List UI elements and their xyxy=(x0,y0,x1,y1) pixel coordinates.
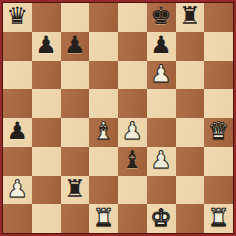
black-pawn: ♟ xyxy=(150,33,172,57)
square-b6[interactable] xyxy=(32,61,61,90)
square-f6[interactable]: ♟ xyxy=(147,61,176,90)
square-c2[interactable]: ♜ xyxy=(61,176,90,205)
square-a6[interactable] xyxy=(3,61,32,90)
square-c6[interactable] xyxy=(61,61,90,90)
square-e4[interactable]: ♟ xyxy=(118,118,147,147)
white-pawn: ♟ xyxy=(122,119,144,143)
square-b5[interactable] xyxy=(32,89,61,118)
square-h1[interactable]: ♜ xyxy=(204,204,233,233)
square-e5[interactable] xyxy=(118,89,147,118)
square-a7[interactable] xyxy=(3,32,32,61)
square-b8[interactable] xyxy=(32,3,61,32)
black-rook: ♜ xyxy=(64,177,86,201)
square-f4[interactable] xyxy=(147,118,176,147)
square-f3[interactable]: ♟ xyxy=(147,147,176,176)
square-g8[interactable]: ♜ xyxy=(176,3,205,32)
square-c7[interactable]: ♟ xyxy=(61,32,90,61)
square-g3[interactable] xyxy=(176,147,205,176)
square-h5[interactable] xyxy=(204,89,233,118)
square-a3[interactable] xyxy=(3,147,32,176)
square-h2[interactable] xyxy=(204,176,233,205)
square-e3[interactable]: ♝ xyxy=(118,147,147,176)
square-c5[interactable] xyxy=(61,89,90,118)
black-pawn: ♟ xyxy=(35,33,57,57)
black-pawn: ♟ xyxy=(64,33,86,57)
black-bishop: ♝ xyxy=(122,148,144,172)
black-king: ♚ xyxy=(150,4,172,28)
square-b2[interactable] xyxy=(32,176,61,205)
square-b4[interactable] xyxy=(32,118,61,147)
square-d2[interactable] xyxy=(89,176,118,205)
square-f7[interactable]: ♟ xyxy=(147,32,176,61)
square-f5[interactable] xyxy=(147,89,176,118)
black-queen: ♛ xyxy=(7,4,29,28)
white-pawn: ♟ xyxy=(7,177,29,201)
square-f8[interactable]: ♚ xyxy=(147,3,176,32)
square-d4[interactable]: ♝ xyxy=(89,118,118,147)
white-king: ♚ xyxy=(150,206,172,230)
square-e1[interactable] xyxy=(118,204,147,233)
square-h8[interactable] xyxy=(204,3,233,32)
square-c4[interactable] xyxy=(61,118,90,147)
square-d7[interactable] xyxy=(89,32,118,61)
square-f2[interactable] xyxy=(147,176,176,205)
white-queen: ♛ xyxy=(208,119,230,143)
square-e7[interactable] xyxy=(118,32,147,61)
square-g2[interactable] xyxy=(176,176,205,205)
square-c8[interactable] xyxy=(61,3,90,32)
square-d6[interactable] xyxy=(89,61,118,90)
square-d5[interactable] xyxy=(89,89,118,118)
square-a8[interactable]: ♛ xyxy=(3,3,32,32)
square-b1[interactable] xyxy=(32,204,61,233)
square-b3[interactable] xyxy=(32,147,61,176)
square-d8[interactable] xyxy=(89,3,118,32)
black-rook: ♜ xyxy=(179,4,201,28)
chess-board: ♛♚♜♟♟♟♟♟♝♟♛♝♟♟♜♜♚♜ xyxy=(3,3,233,233)
square-h6[interactable] xyxy=(204,61,233,90)
square-c1[interactable] xyxy=(61,204,90,233)
square-g5[interactable] xyxy=(176,89,205,118)
white-rook: ♜ xyxy=(93,206,115,230)
square-e2[interactable] xyxy=(118,176,147,205)
square-h7[interactable] xyxy=(204,32,233,61)
square-g4[interactable] xyxy=(176,118,205,147)
square-e8[interactable] xyxy=(118,3,147,32)
square-f1[interactable]: ♚ xyxy=(147,204,176,233)
square-g1[interactable] xyxy=(176,204,205,233)
square-g7[interactable] xyxy=(176,32,205,61)
black-pawn: ♟ xyxy=(7,119,29,143)
square-d3[interactable] xyxy=(89,147,118,176)
square-d1[interactable]: ♜ xyxy=(89,204,118,233)
square-a1[interactable] xyxy=(3,204,32,233)
square-h3[interactable] xyxy=(204,147,233,176)
square-h4[interactable]: ♛ xyxy=(204,118,233,147)
square-e6[interactable] xyxy=(118,61,147,90)
square-a2[interactable]: ♟ xyxy=(3,176,32,205)
square-b7[interactable]: ♟ xyxy=(32,32,61,61)
white-pawn: ♟ xyxy=(150,62,172,86)
square-a5[interactable] xyxy=(3,89,32,118)
square-c3[interactable] xyxy=(61,147,90,176)
board-frame: ♛♚♜♟♟♟♟♟♝♟♛♝♟♟♜♜♚♜ xyxy=(0,0,236,236)
white-bishop: ♝ xyxy=(93,119,115,143)
square-a4[interactable]: ♟ xyxy=(3,118,32,147)
white-pawn: ♟ xyxy=(150,148,172,172)
white-rook: ♜ xyxy=(208,206,230,230)
square-g6[interactable] xyxy=(176,61,205,90)
